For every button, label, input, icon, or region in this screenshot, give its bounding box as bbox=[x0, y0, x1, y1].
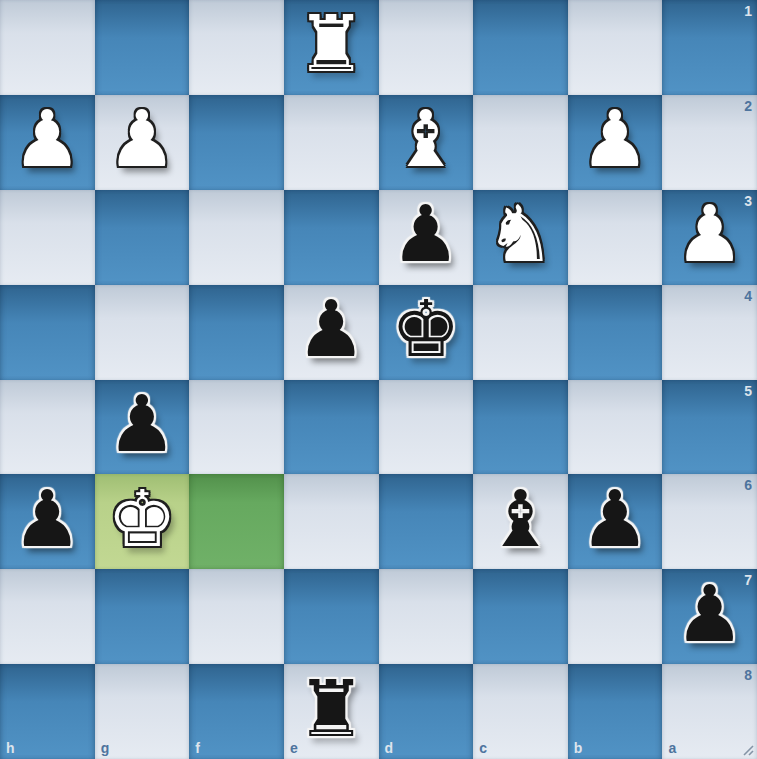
square-g3[interactable] bbox=[95, 190, 190, 285]
rank-label-7: 7 bbox=[744, 573, 752, 587]
rank-label-1: 1 bbox=[744, 4, 752, 18]
square-h5[interactable] bbox=[0, 380, 95, 475]
square-h7[interactable] bbox=[0, 569, 95, 664]
square-e3[interactable] bbox=[284, 190, 379, 285]
square-h8[interactable]: h bbox=[0, 664, 95, 759]
black-rook[interactable]: ♜ bbox=[296, 662, 366, 756]
rank-label-5: 5 bbox=[744, 384, 752, 398]
white-bishop[interactable]: ♝ bbox=[391, 92, 461, 186]
square-h4[interactable] bbox=[0, 285, 95, 380]
file-label-g: g bbox=[101, 741, 110, 755]
square-e6[interactable] bbox=[284, 474, 379, 569]
rank-label-3: 3 bbox=[744, 194, 752, 208]
file-label-d: d bbox=[385, 741, 394, 755]
square-c1[interactable] bbox=[473, 0, 568, 95]
square-e4[interactable]: ♟ bbox=[284, 285, 379, 380]
square-f4[interactable] bbox=[189, 285, 284, 380]
square-d7[interactable] bbox=[379, 569, 474, 664]
square-c4[interactable] bbox=[473, 285, 568, 380]
file-label-a: a bbox=[668, 741, 676, 755]
square-a1[interactable]: 1 bbox=[662, 0, 757, 95]
square-h3[interactable] bbox=[0, 190, 95, 285]
square-b2[interactable]: ♟ bbox=[568, 95, 663, 190]
rank-label-4: 4 bbox=[744, 289, 752, 303]
black-pawn[interactable]: ♟ bbox=[391, 187, 461, 281]
square-b8[interactable]: b bbox=[568, 664, 663, 759]
square-f6[interactable] bbox=[189, 474, 284, 569]
white-king[interactable]: ♚ bbox=[107, 472, 177, 566]
square-c3[interactable]: ♞ bbox=[473, 190, 568, 285]
square-f7[interactable] bbox=[189, 569, 284, 664]
white-pawn[interactable]: ♟ bbox=[580, 92, 650, 186]
square-c7[interactable] bbox=[473, 569, 568, 664]
rank-label-2: 2 bbox=[744, 99, 752, 113]
square-e2[interactable] bbox=[284, 95, 379, 190]
square-g8[interactable]: g bbox=[95, 664, 190, 759]
square-d3[interactable]: ♟ bbox=[379, 190, 474, 285]
square-g2[interactable]: ♟ bbox=[95, 95, 190, 190]
square-f1[interactable] bbox=[189, 0, 284, 95]
square-a3[interactable]: ♟3 bbox=[662, 190, 757, 285]
white-pawn[interactable]: ♟ bbox=[12, 92, 82, 186]
square-e1[interactable]: ♜ bbox=[284, 0, 379, 95]
white-rook[interactable]: ♜ bbox=[296, 0, 366, 91]
square-g6[interactable]: ♚ bbox=[95, 474, 190, 569]
black-king[interactable]: ♚ bbox=[391, 282, 461, 376]
square-g7[interactable] bbox=[95, 569, 190, 664]
black-pawn[interactable]: ♟ bbox=[12, 472, 82, 566]
square-f2[interactable] bbox=[189, 95, 284, 190]
chess-board: ♜1♟♟♝♟2♟♞♟3♟♚4♟5♟♚♝♟6♟7hgf♜edcba8 bbox=[0, 0, 757, 759]
black-pawn[interactable]: ♟ bbox=[296, 282, 366, 376]
file-label-f: f bbox=[195, 741, 200, 755]
white-pawn[interactable]: ♟ bbox=[675, 187, 745, 281]
square-a4[interactable]: 4 bbox=[662, 285, 757, 380]
square-c5[interactable] bbox=[473, 380, 568, 475]
square-g4[interactable] bbox=[95, 285, 190, 380]
square-d1[interactable] bbox=[379, 0, 474, 95]
square-f3[interactable] bbox=[189, 190, 284, 285]
rank-label-8: 8 bbox=[744, 668, 752, 682]
resize-handle-icon[interactable] bbox=[739, 741, 755, 757]
square-f8[interactable]: f bbox=[189, 664, 284, 759]
square-a5[interactable]: 5 bbox=[662, 380, 757, 475]
black-pawn[interactable]: ♟ bbox=[107, 377, 177, 471]
square-c2[interactable] bbox=[473, 95, 568, 190]
file-label-c: c bbox=[479, 741, 487, 755]
square-b4[interactable] bbox=[568, 285, 663, 380]
square-a2[interactable]: 2 bbox=[662, 95, 757, 190]
square-h1[interactable] bbox=[0, 0, 95, 95]
square-c6[interactable]: ♝ bbox=[473, 474, 568, 569]
square-d6[interactable] bbox=[379, 474, 474, 569]
square-e7[interactable] bbox=[284, 569, 379, 664]
square-a6[interactable]: 6 bbox=[662, 474, 757, 569]
square-d8[interactable]: d bbox=[379, 664, 474, 759]
square-f5[interactable] bbox=[189, 380, 284, 475]
square-a7[interactable]: ♟7 bbox=[662, 569, 757, 664]
black-pawn[interactable]: ♟ bbox=[675, 567, 745, 661]
square-e5[interactable] bbox=[284, 380, 379, 475]
square-b3[interactable] bbox=[568, 190, 663, 285]
file-label-b: b bbox=[574, 741, 583, 755]
black-bishop[interactable]: ♝ bbox=[485, 472, 555, 566]
square-g1[interactable] bbox=[95, 0, 190, 95]
square-g5[interactable]: ♟ bbox=[95, 380, 190, 475]
square-b7[interactable] bbox=[568, 569, 663, 664]
black-pawn[interactable]: ♟ bbox=[580, 472, 650, 566]
square-d2[interactable]: ♝ bbox=[379, 95, 474, 190]
file-label-h: h bbox=[6, 741, 15, 755]
square-h6[interactable]: ♟ bbox=[0, 474, 95, 569]
square-e8[interactable]: ♜e bbox=[284, 664, 379, 759]
square-d5[interactable] bbox=[379, 380, 474, 475]
square-b5[interactable] bbox=[568, 380, 663, 475]
square-c8[interactable]: c bbox=[473, 664, 568, 759]
rank-label-6: 6 bbox=[744, 478, 752, 492]
square-h2[interactable]: ♟ bbox=[0, 95, 95, 190]
white-knight[interactable]: ♞ bbox=[485, 187, 555, 281]
square-d4[interactable]: ♚ bbox=[379, 285, 474, 380]
square-b1[interactable] bbox=[568, 0, 663, 95]
square-b6[interactable]: ♟ bbox=[568, 474, 663, 569]
white-pawn[interactable]: ♟ bbox=[107, 92, 177, 186]
